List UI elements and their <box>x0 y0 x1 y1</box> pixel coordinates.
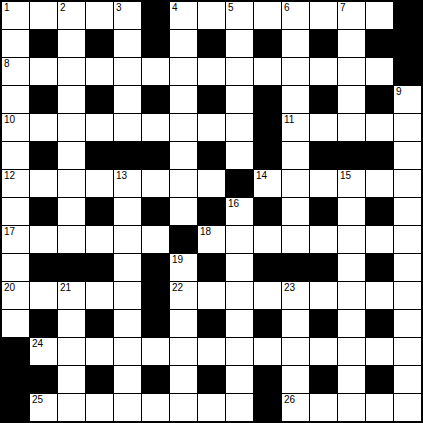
clue-number-16: 16 <box>228 198 239 210</box>
block-cell-r5c5 <box>142 142 169 169</box>
letter-cell-r10c10[interactable]: 23 <box>282 282 309 309</box>
letter-cell-r2c6[interactable] <box>170 58 197 85</box>
letter-cell-r12c13[interactable] <box>366 338 393 365</box>
letter-cell-r12c1[interactable]: 24 <box>30 338 57 365</box>
block-cell-r9c2 <box>58 254 85 281</box>
clue-number-17: 17 <box>4 226 15 238</box>
letter-cell-r10c14[interactable] <box>394 282 421 309</box>
letter-cell-r2c11[interactable] <box>310 58 337 85</box>
letter-cell-r6c11[interactable] <box>310 170 337 197</box>
clue-number-20: 20 <box>4 282 15 294</box>
letter-cell-r13c4[interactable] <box>114 366 141 393</box>
letter-cell-r13c6[interactable] <box>170 366 197 393</box>
block-cell-r13c3 <box>86 366 113 393</box>
block-cell-r13c1 <box>30 366 57 393</box>
block-cell-r13c7 <box>198 366 225 393</box>
letter-cell-r8c12[interactable] <box>338 226 365 253</box>
letter-cell-r7c6[interactable] <box>170 198 197 225</box>
block-cell-r1c13 <box>366 30 393 57</box>
block-cell-r1c5 <box>142 30 169 57</box>
block-cell-r9c1 <box>30 254 57 281</box>
block-cell-r9c13 <box>366 254 393 281</box>
letter-cell-r2c0[interactable]: 8 <box>2 58 29 85</box>
letter-cell-r4c10[interactable]: 11 <box>282 114 309 141</box>
letter-cell-r0c13[interactable] <box>366 2 393 29</box>
letter-cell-r2c1[interactable] <box>30 58 57 85</box>
letter-cell-r8c0[interactable]: 17 <box>2 226 29 253</box>
clue-number-2: 2 <box>60 2 66 14</box>
letter-cell-r10c7[interactable] <box>198 282 225 309</box>
letter-cell-r8c9[interactable] <box>254 226 281 253</box>
letter-cell-r11c4[interactable] <box>114 310 141 337</box>
letter-cell-r3c2[interactable] <box>58 86 85 113</box>
letter-cell-r12c2[interactable] <box>58 338 85 365</box>
letter-cell-r8c1[interactable] <box>30 226 57 253</box>
block-cell-r11c11 <box>310 310 337 337</box>
letter-cell-r4c6[interactable] <box>170 114 197 141</box>
letter-cell-r0c9[interactable] <box>254 2 281 29</box>
letter-cell-r2c7[interactable] <box>198 58 225 85</box>
letter-cell-r3c6[interactable] <box>170 86 197 113</box>
letter-cell-r11c14[interactable] <box>394 310 421 337</box>
letter-cell-r4c8[interactable] <box>226 114 253 141</box>
block-cell-r7c9 <box>254 198 281 225</box>
letter-cell-r12c6[interactable] <box>170 338 197 365</box>
letter-cell-r7c8[interactable]: 16 <box>226 198 253 225</box>
letter-cell-r10c0[interactable]: 20 <box>2 282 29 309</box>
clue-number-15: 15 <box>340 170 351 182</box>
clue-number-7: 7 <box>340 2 346 14</box>
letter-cell-r0c2[interactable]: 2 <box>58 2 85 29</box>
block-cell-r9c10 <box>282 254 309 281</box>
letter-cell-r14c4[interactable] <box>114 394 141 421</box>
block-cell-r5c12 <box>338 142 365 169</box>
block-cell-r0c14 <box>394 2 421 29</box>
clue-number-14: 14 <box>256 170 267 182</box>
letter-cell-r0c1[interactable] <box>30 2 57 29</box>
block-cell-r11c5 <box>142 310 169 337</box>
letter-cell-r7c4[interactable] <box>114 198 141 225</box>
letter-cell-r1c2[interactable] <box>58 30 85 57</box>
letter-cell-r5c0[interactable] <box>2 142 29 169</box>
clue-number-8: 8 <box>4 58 10 70</box>
letter-cell-r12c5[interactable] <box>142 338 169 365</box>
letter-cell-r4c5[interactable] <box>142 114 169 141</box>
letter-cell-r5c14[interactable] <box>394 142 421 169</box>
block-cell-r5c4 <box>114 142 141 169</box>
block-cell-r11c1 <box>30 310 57 337</box>
letter-cell-r7c10[interactable] <box>282 198 309 225</box>
block-cell-r12c0 <box>2 338 29 365</box>
letter-cell-r7c0[interactable] <box>2 198 29 225</box>
letter-cell-r0c10[interactable]: 6 <box>282 2 309 29</box>
clue-number-21: 21 <box>60 282 71 294</box>
block-cell-r7c7 <box>198 198 225 225</box>
block-cell-r5c13 <box>366 142 393 169</box>
letter-cell-r0c8[interactable]: 5 <box>226 2 253 29</box>
letter-cell-r10c9[interactable] <box>254 282 281 309</box>
letter-cell-r11c8[interactable] <box>226 310 253 337</box>
letter-cell-r4c14[interactable] <box>394 114 421 141</box>
letter-cell-r8c2[interactable] <box>58 226 85 253</box>
letter-cell-r10c8[interactable] <box>226 282 253 309</box>
letter-cell-r1c12[interactable] <box>338 30 365 57</box>
letter-cell-r12c4[interactable] <box>114 338 141 365</box>
block-cell-r1c14 <box>394 30 421 57</box>
block-cell-r14c9 <box>254 394 281 421</box>
letter-cell-r12c8[interactable] <box>226 338 253 365</box>
letter-cell-r3c0[interactable] <box>2 86 29 113</box>
letter-cell-r2c8[interactable] <box>226 58 253 85</box>
block-cell-r4c9 <box>254 114 281 141</box>
letter-cell-r14c2[interactable] <box>58 394 85 421</box>
letter-cell-r12c7[interactable] <box>198 338 225 365</box>
letter-cell-r9c8[interactable] <box>226 254 253 281</box>
clue-number-4: 4 <box>172 2 178 14</box>
letter-cell-r0c0[interactable]: 1 <box>2 2 29 29</box>
block-cell-r3c1 <box>30 86 57 113</box>
block-cell-r0c5 <box>142 2 169 29</box>
letter-cell-r8c4[interactable] <box>114 226 141 253</box>
letter-cell-r2c12[interactable] <box>338 58 365 85</box>
letter-cell-r5c8[interactable] <box>226 142 253 169</box>
block-cell-r9c9 <box>254 254 281 281</box>
block-cell-r3c7 <box>198 86 225 113</box>
letter-cell-r4c7[interactable] <box>198 114 225 141</box>
letter-cell-r1c8[interactable] <box>226 30 253 57</box>
block-cell-r1c1 <box>30 30 57 57</box>
letter-cell-r10c13[interactable] <box>366 282 393 309</box>
letter-cell-r6c14[interactable] <box>394 170 421 197</box>
letter-cell-r10c11[interactable] <box>310 282 337 309</box>
letter-cell-r13c8[interactable] <box>226 366 253 393</box>
letter-cell-r2c9[interactable] <box>254 58 281 85</box>
letter-cell-r1c0[interactable] <box>2 30 29 57</box>
letter-cell-r6c0[interactable]: 12 <box>2 170 29 197</box>
clue-number-23: 23 <box>284 282 295 294</box>
block-cell-r7c1 <box>30 198 57 225</box>
block-cell-r11c13 <box>366 310 393 337</box>
block-cell-r10c5 <box>142 282 169 309</box>
letter-cell-r6c5[interactable] <box>142 170 169 197</box>
letter-cell-r6c4[interactable]: 13 <box>114 170 141 197</box>
letter-cell-r10c4[interactable] <box>114 282 141 309</box>
letter-cell-r3c10[interactable] <box>282 86 309 113</box>
letter-cell-r8c8[interactable] <box>226 226 253 253</box>
block-cell-r6c8 <box>226 170 253 197</box>
letter-cell-r4c2[interactable] <box>58 114 85 141</box>
letter-cell-r7c14[interactable] <box>394 198 421 225</box>
clue-number-25: 25 <box>32 394 43 406</box>
letter-cell-r14c3[interactable] <box>86 394 113 421</box>
clue-number-24: 24 <box>32 338 43 350</box>
letter-cell-r13c14[interactable] <box>394 366 421 393</box>
letter-cell-r11c0[interactable] <box>2 310 29 337</box>
letter-cell-r8c3[interactable] <box>86 226 113 253</box>
block-cell-r5c11 <box>310 142 337 169</box>
letter-cell-r6c2[interactable] <box>58 170 85 197</box>
letter-cell-r4c11[interactable] <box>310 114 337 141</box>
block-cell-r13c0 <box>2 366 29 393</box>
letter-cell-r10c1[interactable] <box>30 282 57 309</box>
letter-cell-r9c0[interactable] <box>2 254 29 281</box>
block-cell-r9c11 <box>310 254 337 281</box>
block-cell-r9c5 <box>142 254 169 281</box>
letter-cell-r4c13[interactable] <box>366 114 393 141</box>
letter-cell-r14c14[interactable] <box>394 394 421 421</box>
letter-cell-r3c14[interactable]: 9 <box>394 86 421 113</box>
letter-cell-r1c10[interactable] <box>282 30 309 57</box>
letter-cell-r7c12[interactable] <box>338 198 365 225</box>
block-cell-r1c11 <box>310 30 337 57</box>
clue-number-11: 11 <box>284 114 294 126</box>
letter-cell-r14c5[interactable] <box>142 394 169 421</box>
letter-cell-r12c9[interactable] <box>254 338 281 365</box>
block-cell-r3c3 <box>86 86 113 113</box>
letter-cell-r6c7[interactable] <box>198 170 225 197</box>
block-cell-r7c13 <box>366 198 393 225</box>
block-cell-r14c0 <box>2 394 29 421</box>
block-cell-r5c9 <box>254 142 281 169</box>
block-cell-r11c7 <box>198 310 225 337</box>
clue-number-10: 10 <box>4 114 15 126</box>
letter-cell-r5c6[interactable] <box>170 142 197 169</box>
letter-cell-r13c10[interactable] <box>282 366 309 393</box>
letter-cell-r2c10[interactable] <box>282 58 309 85</box>
block-cell-r13c13 <box>366 366 393 393</box>
letter-cell-r13c12[interactable] <box>338 366 365 393</box>
letter-cell-r1c4[interactable] <box>114 30 141 57</box>
letter-cell-r10c12[interactable] <box>338 282 365 309</box>
block-cell-r13c11 <box>310 366 337 393</box>
letter-cell-r12c12[interactable] <box>338 338 365 365</box>
letter-cell-r0c12[interactable]: 7 <box>338 2 365 29</box>
letter-cell-r3c8[interactable] <box>226 86 253 113</box>
letter-cell-r6c3[interactable] <box>86 170 113 197</box>
letter-cell-r4c0[interactable]: 10 <box>2 114 29 141</box>
block-cell-r2c14 <box>394 58 421 85</box>
block-cell-r3c11 <box>310 86 337 113</box>
letter-cell-r3c12[interactable] <box>338 86 365 113</box>
block-cell-r11c3 <box>86 310 113 337</box>
letter-cell-r8c5[interactable] <box>142 226 169 253</box>
letter-cell-r2c2[interactable] <box>58 58 85 85</box>
block-cell-r5c7 <box>198 142 225 169</box>
letter-cell-r14c7[interactable] <box>198 394 225 421</box>
clue-number-1: 1 <box>4 2 10 14</box>
letter-cell-r6c12[interactable]: 15 <box>338 170 365 197</box>
block-cell-r13c9 <box>254 366 281 393</box>
letter-cell-r2c13[interactable] <box>366 58 393 85</box>
letter-cell-r14c8[interactable] <box>226 394 253 421</box>
letter-cell-r10c3[interactable] <box>86 282 113 309</box>
crossword-board: 1234567891011121314151617181920212223242… <box>2 2 421 421</box>
letter-cell-r6c10[interactable] <box>282 170 309 197</box>
block-cell-r3c9 <box>254 86 281 113</box>
letter-cell-r14c1[interactable]: 25 <box>30 394 57 421</box>
letter-cell-r12c11[interactable] <box>310 338 337 365</box>
letter-cell-r3c4[interactable] <box>114 86 141 113</box>
letter-cell-r11c12[interactable] <box>338 310 365 337</box>
letter-cell-r10c2[interactable]: 21 <box>58 282 85 309</box>
clue-number-5: 5 <box>228 2 234 14</box>
block-cell-r5c1 <box>30 142 57 169</box>
letter-cell-r5c10[interactable] <box>282 142 309 169</box>
letter-cell-r0c6[interactable]: 4 <box>170 2 197 29</box>
block-cell-r9c7 <box>198 254 225 281</box>
clue-number-3: 3 <box>116 2 122 14</box>
block-cell-r13c5 <box>142 366 169 393</box>
letter-cell-r11c2[interactable] <box>58 310 85 337</box>
block-cell-r7c3 <box>86 198 113 225</box>
block-cell-r1c9 <box>254 30 281 57</box>
letter-cell-r12c3[interactable] <box>86 338 113 365</box>
letter-cell-r4c1[interactable] <box>30 114 57 141</box>
letter-cell-r12c14[interactable] <box>394 338 421 365</box>
block-cell-r1c7 <box>198 30 225 57</box>
clue-number-22: 22 <box>172 282 183 294</box>
letter-cell-r0c11[interactable] <box>310 2 337 29</box>
letter-cell-r14c12[interactable] <box>338 394 365 421</box>
letter-cell-r5c2[interactable] <box>58 142 85 169</box>
block-cell-r5c3 <box>86 142 113 169</box>
letter-cell-r14c6[interactable] <box>170 394 197 421</box>
clue-number-26: 26 <box>284 394 295 406</box>
block-cell-r1c3 <box>86 30 113 57</box>
letter-cell-r14c10[interactable]: 26 <box>282 394 309 421</box>
block-cell-r3c5 <box>142 86 169 113</box>
letter-cell-r4c12[interactable] <box>338 114 365 141</box>
letter-cell-r0c7[interactable] <box>198 2 225 29</box>
letter-cell-r11c10[interactable] <box>282 310 309 337</box>
block-cell-r11c9 <box>254 310 281 337</box>
block-cell-r8c6 <box>170 226 197 253</box>
letter-cell-r6c13[interactable] <box>366 170 393 197</box>
clue-number-12: 12 <box>4 170 15 182</box>
letter-cell-r4c3[interactable] <box>86 114 113 141</box>
letter-cell-r9c6[interactable]: 19 <box>170 254 197 281</box>
letter-cell-r12c10[interactable] <box>282 338 309 365</box>
letter-cell-r6c1[interactable] <box>30 170 57 197</box>
letter-cell-r2c5[interactable] <box>142 58 169 85</box>
clue-number-9: 9 <box>396 86 402 98</box>
letter-cell-r9c12[interactable] <box>338 254 365 281</box>
letter-cell-r11c6[interactable] <box>170 310 197 337</box>
letter-cell-r2c4[interactable] <box>114 58 141 85</box>
letter-cell-r6c9[interactable]: 14 <box>254 170 281 197</box>
letter-cell-r10c6[interactable]: 22 <box>170 282 197 309</box>
letter-cell-r6c6[interactable] <box>170 170 197 197</box>
letter-cell-r8c7[interactable]: 18 <box>198 226 225 253</box>
letter-cell-r2c3[interactable] <box>86 58 113 85</box>
letter-cell-r1c6[interactable] <box>170 30 197 57</box>
block-cell-r3c13 <box>366 86 393 113</box>
clue-number-19: 19 <box>172 254 183 266</box>
letter-cell-r8c14[interactable] <box>394 226 421 253</box>
letter-cell-r9c14[interactable] <box>394 254 421 281</box>
letter-cell-r13c2[interactable] <box>58 366 85 393</box>
letter-cell-r8c13[interactable] <box>366 226 393 253</box>
block-cell-r9c3 <box>86 254 113 281</box>
clue-number-6: 6 <box>284 2 290 14</box>
block-cell-r7c5 <box>142 198 169 225</box>
letter-cell-r7c2[interactable] <box>58 198 85 225</box>
letter-cell-r14c13[interactable] <box>366 394 393 421</box>
letter-cell-r8c11[interactable] <box>310 226 337 253</box>
letter-cell-r14c11[interactable] <box>310 394 337 421</box>
crossword-board-frame: 1234567891011121314151617181920212223242… <box>0 0 423 423</box>
letter-cell-r4c4[interactable] <box>114 114 141 141</box>
clue-number-18: 18 <box>200 226 211 238</box>
clue-number-13: 13 <box>116 170 127 182</box>
letter-cell-r0c3[interactable] <box>86 2 113 29</box>
letter-cell-r8c10[interactable] <box>282 226 309 253</box>
letter-cell-r0c4[interactable]: 3 <box>114 2 141 29</box>
block-cell-r7c11 <box>310 198 337 225</box>
letter-cell-r9c4[interactable] <box>114 254 141 281</box>
